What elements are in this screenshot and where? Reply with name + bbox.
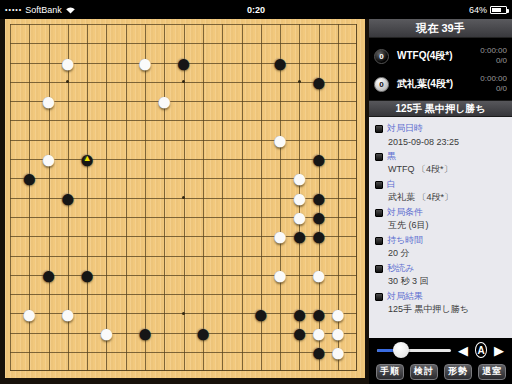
stone-black: ●	[271, 53, 290, 72]
info-item-conditions: 対局条件 互先 (6目)	[375, 206, 512, 232]
stone-black: ●	[58, 188, 77, 207]
stone-white: ●	[58, 304, 77, 323]
stone-black: ●	[251, 304, 270, 323]
stone-black: ●	[309, 342, 328, 361]
next-move-button[interactable]: ▶	[492, 344, 506, 357]
evaluation-button[interactable]: 形勢	[444, 364, 472, 380]
status-bar: ••••• SoftBank 0:20 64%	[0, 0, 512, 19]
info-label: 対局条件	[387, 206, 423, 219]
go-board-frame: ●●●●●●●●●●▲●●●●●●●●●●●●●●●●●●●●●●●●●●●●●	[0, 19, 369, 384]
info-item-date: 対局日時 2015-09-08 23:25	[375, 122, 512, 148]
stone-black: ●	[20, 169, 39, 188]
list-bullet-icon	[375, 125, 383, 133]
stone-black: ●	[174, 53, 193, 72]
star-point	[298, 80, 301, 83]
battery-percent-label: 64%	[469, 5, 487, 15]
move-slider[interactable]	[377, 343, 451, 357]
moves-button[interactable]: 手順	[376, 364, 404, 380]
game-info-list: 対局日時 2015-09-08 23:25 黒 WTFQ 〔4段*〕 白 武礼葉…	[369, 117, 512, 338]
list-bullet-icon	[375, 265, 383, 273]
white-player-name: 武礼葉(4段*)	[397, 77, 480, 91]
auto-play-button[interactable]: A	[475, 342, 487, 358]
info-value: 武礼葉 〔4段*〕	[375, 191, 512, 204]
list-bullet-icon	[375, 209, 383, 217]
go-board[interactable]: ●●●●●●●●●●▲●●●●●●●●●●●●●●●●●●●●●●●●●●●●●	[5, 19, 365, 378]
stone-white: ●	[58, 53, 77, 72]
board-grid: ●●●●●●●●●●▲●●●●●●●●●●●●●●●●●●●●●●●●●●●●●	[10, 24, 357, 371]
player-black-row: 0 WTFQ(4段*) 0:00:00 0/0	[374, 43, 507, 69]
signal-strength-icon: •••••	[5, 6, 22, 13]
white-periods-label: 0/0	[496, 84, 507, 93]
analysis-button[interactable]: 検討	[410, 364, 438, 380]
carrier-label: SoftBank	[25, 5, 62, 15]
info-label: 白	[387, 178, 396, 191]
info-item-byoyomi: 秒読み 30 秒 3 回	[375, 262, 512, 288]
info-label: 対局日時	[387, 122, 423, 135]
info-label: 黒	[387, 150, 396, 163]
star-point	[182, 80, 185, 83]
result-bar: 125手 黒中押し勝ち	[369, 100, 512, 117]
info-item-black: 黒 WTFQ 〔4段*〕	[375, 150, 512, 176]
players-panel: 0 WTFQ(4段*) 0:00:00 0/0 0 武礼葉(4段*) 0:00:…	[369, 38, 512, 100]
move-counter-header: 現在 39手	[369, 19, 512, 38]
battery-icon	[490, 6, 507, 14]
stone-black: ●	[290, 323, 309, 342]
stone-black: ●	[135, 323, 154, 342]
stone-black: ●	[309, 227, 328, 246]
info-label: 持ち時間	[387, 234, 423, 247]
stone-black: ●	[309, 149, 328, 168]
black-periods-label: 0/0	[496, 56, 507, 65]
info-value: 互先 (6目)	[375, 219, 512, 232]
star-point	[66, 80, 69, 83]
info-value: 30 秒 3 回	[375, 275, 512, 288]
stone-white: ●	[271, 130, 290, 149]
stone-black: ●	[309, 72, 328, 91]
list-bullet-icon	[375, 181, 383, 189]
stone-white: ●	[20, 304, 39, 323]
info-item-result: 対局結果 125手 黒中押し勝ち	[375, 290, 512, 316]
slider-knob[interactable]	[393, 342, 409, 358]
white-time-label: 0:00:00	[480, 74, 507, 83]
last-move-marker-icon: ▲	[83, 154, 92, 163]
stone-white: ●	[309, 265, 328, 284]
clock-label: 0:20	[160, 5, 352, 15]
list-bullet-icon	[375, 237, 383, 245]
app-screen: ••••• SoftBank 0:20 64% ●●●●●●●●●●▲●●●●●…	[0, 0, 512, 384]
list-bullet-icon	[375, 293, 383, 301]
playback-controls: ◀ A ▶ 手順 検討 形勢 退室	[369, 338, 512, 384]
star-point	[182, 196, 185, 199]
info-value: 2015-09-08 23:25	[375, 135, 512, 148]
stone-white: ●	[328, 342, 347, 361]
black-player-time: 0:00:00 0/0	[480, 46, 507, 67]
stone-black: ●▲	[78, 149, 97, 168]
stone-white: ●	[97, 323, 116, 342]
info-value: 125手 黒中押し勝ち	[375, 303, 512, 316]
info-label: 対局結果	[387, 290, 423, 303]
stone-white: ●	[39, 92, 58, 111]
stone-black: ●	[193, 323, 212, 342]
info-value: 20 分	[375, 247, 512, 260]
stone-white: ●	[155, 92, 174, 111]
stone-black: ●	[290, 227, 309, 246]
white-stone-icon: 0	[374, 77, 389, 92]
black-player-name: WTFQ(4段*)	[397, 49, 480, 63]
star-point	[182, 312, 185, 315]
info-item-white: 白 武礼葉 〔4段*〕	[375, 178, 512, 204]
list-bullet-icon	[375, 153, 383, 161]
stone-black: ●	[39, 265, 58, 284]
stone-white: ●	[271, 265, 290, 284]
stone-white: ●	[39, 149, 58, 168]
info-value: WTFQ 〔4段*〕	[375, 163, 512, 176]
previous-move-button[interactable]: ◀	[456, 344, 470, 357]
game-info-sidebar: 現在 39手 0 WTFQ(4段*) 0:00:00 0/0 0 武礼葉(4段*…	[369, 19, 512, 384]
white-player-time: 0:00:00 0/0	[480, 74, 507, 95]
info-label: 秒読み	[387, 262, 414, 275]
stone-white: ●	[271, 227, 290, 246]
wifi-icon	[65, 5, 76, 14]
stone-black: ●	[78, 265, 97, 284]
player-white-row: 0 武礼葉(4段*) 0:00:00 0/0	[374, 71, 507, 97]
exit-room-button[interactable]: 退室	[478, 364, 506, 380]
black-time-label: 0:00:00	[480, 46, 507, 55]
stone-white: ●	[135, 53, 154, 72]
black-stone-icon: 0	[374, 49, 389, 64]
info-item-main-time: 持ち時間 20 分	[375, 234, 512, 260]
